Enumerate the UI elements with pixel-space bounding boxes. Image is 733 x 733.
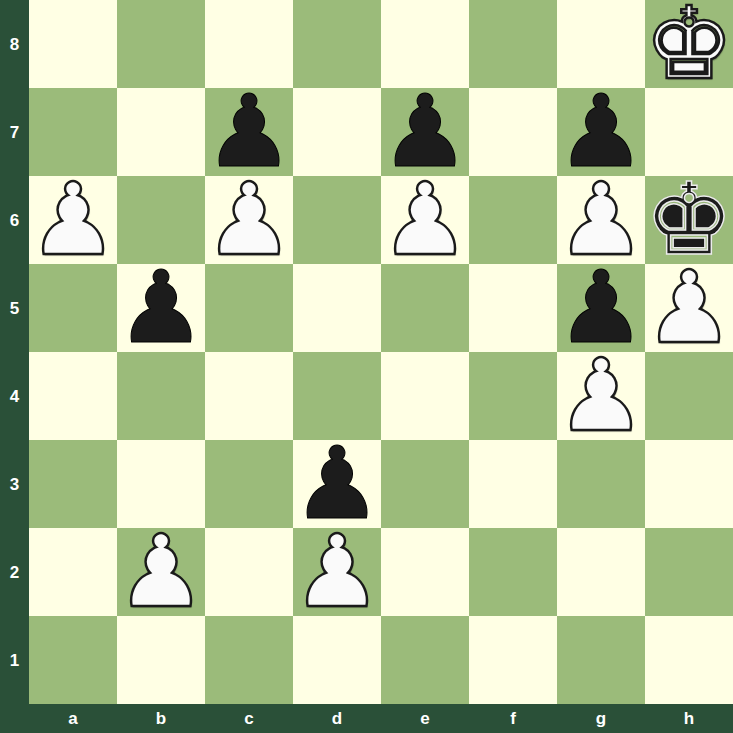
square-h2[interactable] bbox=[645, 528, 733, 616]
file-label-b: b bbox=[117, 710, 205, 727]
square-a6[interactable]: ♟ bbox=[29, 176, 117, 264]
square-a2[interactable] bbox=[29, 528, 117, 616]
square-b2[interactable]: ♟ bbox=[117, 528, 205, 616]
square-b8[interactable] bbox=[117, 0, 205, 88]
square-d8[interactable] bbox=[293, 0, 381, 88]
square-d1[interactable] bbox=[293, 616, 381, 704]
rank-label-1: 1 bbox=[0, 616, 29, 704]
square-f6[interactable] bbox=[469, 176, 557, 264]
white-pawn-g4[interactable]: ♟ bbox=[556, 352, 646, 440]
rank-label-6: 6 bbox=[0, 176, 29, 264]
square-d7[interactable] bbox=[293, 88, 381, 176]
file-label-f: f bbox=[469, 710, 557, 727]
square-a8[interactable] bbox=[29, 0, 117, 88]
square-f4[interactable] bbox=[469, 352, 557, 440]
file-label-h: h bbox=[645, 710, 733, 727]
file-label-g: g bbox=[557, 710, 645, 727]
square-b1[interactable] bbox=[117, 616, 205, 704]
square-h8[interactable]: ♚ bbox=[645, 0, 733, 88]
board-corner bbox=[0, 704, 29, 733]
rank-labels: 8 7 6 5 4 3 2 1 bbox=[0, 0, 29, 704]
square-e3[interactable] bbox=[381, 440, 469, 528]
square-a1[interactable] bbox=[29, 616, 117, 704]
file-labels: a b c d e f g h bbox=[29, 704, 733, 733]
square-b4[interactable] bbox=[117, 352, 205, 440]
square-e4[interactable] bbox=[381, 352, 469, 440]
square-b5[interactable]: ♟ bbox=[117, 264, 205, 352]
white-pawn-b2[interactable]: ♟ bbox=[116, 528, 206, 616]
rank-label-7: 7 bbox=[0, 88, 29, 176]
file-label-a: a bbox=[29, 710, 117, 727]
square-h3[interactable] bbox=[645, 440, 733, 528]
square-c3[interactable] bbox=[205, 440, 293, 528]
square-c6[interactable]: ♟ bbox=[205, 176, 293, 264]
square-g3[interactable] bbox=[557, 440, 645, 528]
black-pawn-b5[interactable]: ♟ bbox=[116, 264, 206, 352]
rank-label-3: 3 bbox=[0, 440, 29, 528]
rank-label-4: 4 bbox=[0, 352, 29, 440]
square-f7[interactable] bbox=[469, 88, 557, 176]
rank-label-8: 8 bbox=[0, 0, 29, 88]
square-f3[interactable] bbox=[469, 440, 557, 528]
file-label-c: c bbox=[205, 710, 293, 727]
white-pawn-e6[interactable]: ♟ bbox=[380, 176, 470, 264]
square-h1[interactable] bbox=[645, 616, 733, 704]
square-g1[interactable] bbox=[557, 616, 645, 704]
square-c2[interactable] bbox=[205, 528, 293, 616]
white-king-h8[interactable]: ♚ bbox=[644, 0, 733, 88]
square-d2[interactable]: ♟ bbox=[293, 528, 381, 616]
square-e1[interactable] bbox=[381, 616, 469, 704]
white-pawn-h5[interactable]: ♟ bbox=[644, 264, 733, 352]
square-b7[interactable] bbox=[117, 88, 205, 176]
square-g2[interactable] bbox=[557, 528, 645, 616]
square-d5[interactable] bbox=[293, 264, 381, 352]
square-g4[interactable]: ♟ bbox=[557, 352, 645, 440]
square-c4[interactable] bbox=[205, 352, 293, 440]
square-f8[interactable] bbox=[469, 0, 557, 88]
square-f5[interactable] bbox=[469, 264, 557, 352]
square-e5[interactable] bbox=[381, 264, 469, 352]
chess-board-frame: 8 7 6 5 4 3 2 1 ♚♟♟♟♟♟♟♟♚♟♟♟♟♟♟♟ a b c d… bbox=[0, 0, 733, 733]
white-pawn-a6[interactable]: ♟ bbox=[28, 176, 118, 264]
square-c5[interactable] bbox=[205, 264, 293, 352]
rank-label-2: 2 bbox=[0, 528, 29, 616]
chess-board: ♚♟♟♟♟♟♟♟♚♟♟♟♟♟♟♟ bbox=[29, 0, 733, 704]
file-label-e: e bbox=[381, 710, 469, 727]
square-a5[interactable] bbox=[29, 264, 117, 352]
square-e6[interactable]: ♟ bbox=[381, 176, 469, 264]
file-label-d: d bbox=[293, 710, 381, 727]
square-d6[interactable] bbox=[293, 176, 381, 264]
square-f1[interactable] bbox=[469, 616, 557, 704]
square-h5[interactable]: ♟ bbox=[645, 264, 733, 352]
square-a4[interactable] bbox=[29, 352, 117, 440]
rank-label-5: 5 bbox=[0, 264, 29, 352]
white-pawn-c6[interactable]: ♟ bbox=[204, 176, 294, 264]
square-a3[interactable] bbox=[29, 440, 117, 528]
white-pawn-d2[interactable]: ♟ bbox=[292, 528, 382, 616]
square-c1[interactable] bbox=[205, 616, 293, 704]
square-f2[interactable] bbox=[469, 528, 557, 616]
square-e2[interactable] bbox=[381, 528, 469, 616]
square-h4[interactable] bbox=[645, 352, 733, 440]
